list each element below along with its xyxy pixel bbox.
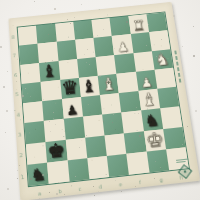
piece-black-king-b2[interactable]: ♚ (46, 140, 66, 162)
square-h2[interactable] (163, 127, 186, 150)
square-e7[interactable] (93, 36, 114, 57)
piece-white-bishop-g4[interactable]: ♝ (141, 91, 158, 110)
square-a8[interactable] (18, 26, 38, 46)
square-b6[interactable]: ♝ (39, 61, 60, 82)
square-b8[interactable] (36, 24, 56, 44)
square-f2[interactable] (124, 131, 146, 154)
square-f8[interactable] (110, 16, 131, 36)
rank-label-5: 5 (15, 91, 19, 97)
square-h5[interactable] (154, 68, 176, 89)
piece-white-pawn-g5[interactable]: ♟ (140, 75, 153, 89)
square-d8[interactable] (73, 20, 93, 40)
square-d7[interactable] (75, 38, 96, 59)
square-f1[interactable] (127, 151, 150, 174)
square-d3[interactable] (83, 115, 105, 137)
square-f3[interactable] (121, 111, 143, 133)
piece-white-pawn-f7[interactable]: ♟ (116, 40, 129, 54)
piece-white-king-g2[interactable]: ♚ (145, 129, 165, 150)
rank-label-1: 1 (21, 173, 25, 180)
square-c8[interactable] (55, 22, 75, 42)
piece-white-bishop-e5[interactable]: ♝ (100, 75, 117, 93)
file-label-e: e (119, 181, 123, 188)
rank-label-6: 6 (14, 72, 18, 78)
square-h6[interactable]: ♞ (152, 49, 174, 70)
square-a7[interactable] (19, 44, 39, 65)
piece-black-bishop-b6[interactable]: ♝ (41, 62, 58, 80)
square-h4[interactable] (157, 87, 179, 109)
square-d1[interactable] (87, 156, 109, 179)
square-e1[interactable] (107, 154, 129, 177)
square-a3[interactable] (24, 121, 45, 144)
square-e2[interactable] (104, 133, 126, 156)
file-label-d: d (99, 183, 103, 190)
square-e5[interactable]: ♝ (98, 74, 119, 95)
square-f4[interactable] (119, 91, 141, 113)
square-d2[interactable] (85, 135, 107, 158)
square-c7[interactable] (56, 40, 77, 61)
square-a6[interactable] (20, 63, 40, 84)
piece-white-rook-g8[interactable]: ♜ (132, 18, 145, 33)
rank-label-3: 3 (18, 131, 22, 137)
rank-label-4: 4 (17, 111, 21, 117)
square-a4[interactable] (23, 101, 44, 123)
square-c1[interactable] (67, 158, 89, 181)
file-label-f: f (139, 179, 142, 186)
square-f5[interactable] (117, 72, 138, 93)
square-d4[interactable] (81, 95, 102, 117)
square-h3[interactable] (160, 106, 182, 128)
maker-logo (174, 157, 196, 180)
square-b1[interactable] (47, 160, 69, 184)
chess-board: ♜♟♝♞♛♝♝♟♟♝♞♚♚♞ (17, 11, 190, 187)
piece-black-bishop-d5[interactable]: ♝ (81, 77, 98, 96)
square-a2[interactable] (26, 142, 47, 165)
piece-black-pawn-c4[interactable]: ♟ (66, 103, 79, 117)
square-b5[interactable] (41, 80, 62, 102)
square-f7[interactable]: ♟ (112, 34, 133, 54)
square-d5[interactable]: ♝ (79, 76, 100, 97)
file-label-c: c (78, 185, 82, 192)
square-b4[interactable] (42, 99, 63, 121)
square-a1[interactable]: ♞ (27, 162, 49, 186)
square-c5[interactable]: ♛ (60, 78, 81, 99)
square-c3[interactable] (63, 117, 84, 139)
square-g4[interactable]: ♝ (138, 89, 160, 111)
photo-background: ♜♟♝♞♛♝♝♟♟♝♞♚♚♞ abcdefgh87654321 (0, 0, 200, 200)
square-c2[interactable] (65, 137, 87, 160)
piece-white-knight-h6[interactable]: ♞ (155, 51, 171, 68)
square-e4[interactable] (100, 93, 122, 115)
rank-label-2: 2 (19, 152, 23, 159)
square-g2[interactable]: ♚ (143, 129, 165, 152)
square-h8[interactable] (146, 12, 167, 32)
rank-label-7: 7 (13, 53, 16, 59)
file-label-g: g (159, 176, 163, 183)
file-label-a: a (38, 190, 42, 197)
rank-label-8: 8 (11, 34, 14, 40)
square-b2[interactable]: ♚ (46, 139, 68, 162)
square-a5[interactable] (22, 82, 43, 104)
square-c4[interactable]: ♟ (62, 97, 83, 119)
square-h7[interactable] (149, 30, 170, 50)
square-e8[interactable] (91, 18, 112, 38)
piece-black-knight-a1[interactable]: ♞ (30, 166, 47, 184)
square-f6[interactable] (114, 53, 135, 74)
file-label-h: h (179, 174, 183, 181)
chess-mat: ♜♟♝♞♛♝♝♟♟♝♞♚♚♞ abcdefgh87654321 (8, 2, 200, 200)
file-label-b: b (58, 188, 62, 195)
piece-black-queen-c5[interactable]: ♛ (61, 77, 80, 98)
square-e3[interactable] (102, 113, 124, 135)
